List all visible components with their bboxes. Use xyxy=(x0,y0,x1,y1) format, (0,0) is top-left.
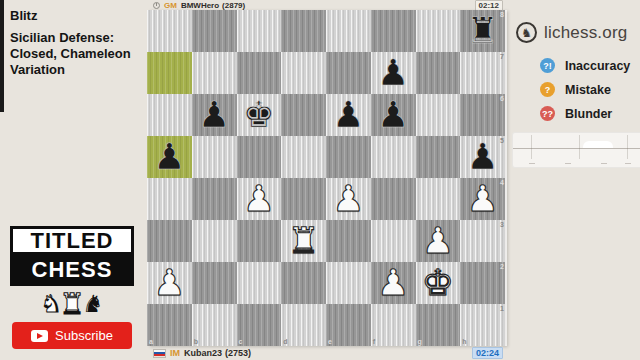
black-knight-icon: ♞ xyxy=(82,290,104,318)
square-b6[interactable]: ♟ xyxy=(192,94,237,136)
legend-row-blunder: ?? Blunder xyxy=(540,105,630,122)
square-a1[interactable]: a xyxy=(147,304,192,346)
square-h6[interactable]: 6 xyxy=(460,94,505,136)
square-c6[interactable]: ♚ xyxy=(237,94,282,136)
bottom-player-title: IM xyxy=(170,348,180,358)
square-d7[interactable] xyxy=(281,52,326,94)
square-c5[interactable] xyxy=(237,136,282,178)
square-g2[interactable]: ♚ xyxy=(416,262,461,304)
square-a7[interactable] xyxy=(147,52,192,94)
channel-logo-line1: TITLED xyxy=(10,226,134,255)
bottom-player-rating: (2753) xyxy=(225,348,251,358)
black-rook-h8[interactable]: ♜ xyxy=(460,10,505,52)
square-c7[interactable] xyxy=(237,52,282,94)
square-e2[interactable] xyxy=(326,262,371,304)
square-e3[interactable] xyxy=(326,220,371,262)
eval-chart-divider xyxy=(531,135,532,159)
square-b5[interactable] xyxy=(192,136,237,178)
black-pawn-h5[interactable]: ♟ xyxy=(460,136,505,178)
square-d2[interactable] xyxy=(281,262,326,304)
top-player-rating: (2879) xyxy=(222,1,245,10)
top-player-bar: GM BMWHero (2879) 02:12 xyxy=(147,0,505,10)
eval-chart-midline xyxy=(513,148,640,149)
square-d5[interactable] xyxy=(281,136,326,178)
youtube-icon xyxy=(31,330,48,342)
white-king-g2[interactable]: ♚ xyxy=(416,262,461,304)
bottom-player-clock: 02:24 xyxy=(472,347,503,359)
square-b4[interactable] xyxy=(192,178,237,220)
channel-logo: TITLED CHESS ♞ ♜ ♞ xyxy=(10,226,134,322)
eval-chart-tick xyxy=(565,163,571,164)
square-e4[interactable]: ♟ xyxy=(326,178,371,220)
white-pawn-f2[interactable]: ♟ xyxy=(371,262,416,304)
white-rook-d3[interactable]: ♜ xyxy=(281,220,326,262)
lichess-brand: ♞ lichess.org xyxy=(516,22,627,43)
blunder-badge-icon: ?? xyxy=(540,106,555,121)
square-a5[interactable]: ♟ xyxy=(147,136,192,178)
legend-row-inaccuracy: ?! Inaccuracy xyxy=(540,57,630,74)
top-player-name: BMWHero xyxy=(181,1,219,10)
square-h7[interactable]: 7 xyxy=(460,52,505,94)
black-pawn-a5[interactable]: ♟ xyxy=(147,136,192,178)
file-coordinate: c xyxy=(239,338,243,345)
lichess-brand-text: lichess.org xyxy=(544,23,627,43)
square-e7[interactable] xyxy=(326,52,371,94)
square-h5[interactable]: 5♟ xyxy=(460,136,505,178)
top-player-title: GM xyxy=(164,1,177,10)
board-area: 8♜♟7♟♚♟♟6♟5♟♟♟4♟♜♟3♟♟♚2abcdefg1h xyxy=(147,10,505,346)
square-e5[interactable] xyxy=(326,136,371,178)
channel-logo-emblem: ♞ ♜ ♞ xyxy=(10,286,134,322)
lichess-logo-icon: ♞ xyxy=(516,22,537,43)
white-pawn-a2[interactable]: ♟ xyxy=(147,262,192,304)
eval-chart-divider xyxy=(579,135,580,159)
white-pawn-g3[interactable]: ♟ xyxy=(416,220,461,262)
rank-coordinate: 3 xyxy=(500,221,504,228)
time-control-label: Blitz xyxy=(10,8,37,23)
evaluation-mini-chart xyxy=(512,132,640,168)
square-b7[interactable] xyxy=(192,52,237,94)
square-g4[interactable] xyxy=(416,178,461,220)
subscribe-button[interactable]: Subscribe xyxy=(12,322,132,349)
square-f2[interactable]: ♟ xyxy=(371,262,416,304)
square-h2[interactable]: 2 xyxy=(460,262,505,304)
square-a6[interactable] xyxy=(147,94,192,136)
rank-coordinate: 7 xyxy=(500,53,504,60)
square-e6[interactable]: ♟ xyxy=(326,94,371,136)
square-d3[interactable]: ♜ xyxy=(281,220,326,262)
file-coordinate: f xyxy=(373,338,375,345)
square-h4[interactable]: 4♟ xyxy=(460,178,505,220)
black-pawn-f7[interactable]: ♟ xyxy=(371,52,416,94)
square-b2[interactable] xyxy=(192,262,237,304)
square-a2[interactable]: ♟ xyxy=(147,262,192,304)
eval-chart-divider xyxy=(627,135,628,159)
top-player-clock: 02:12 xyxy=(475,0,503,11)
square-c1[interactable]: c xyxy=(237,304,282,346)
square-g5[interactable] xyxy=(416,136,461,178)
video-frame: Blitz Sicilian Defense: Closed, Chameleo… xyxy=(0,0,640,360)
square-e8[interactable] xyxy=(326,10,371,52)
square-c4[interactable]: ♟ xyxy=(237,178,282,220)
game-clock-icon xyxy=(153,2,160,9)
black-king-c6[interactable]: ♚ xyxy=(237,94,282,136)
square-f3[interactable] xyxy=(371,220,416,262)
square-h3[interactable]: 3 xyxy=(460,220,505,262)
left-edge-strip xyxy=(0,0,4,112)
square-a8[interactable] xyxy=(147,10,192,52)
square-f8[interactable] xyxy=(371,10,416,52)
white-pawn-e4[interactable]: ♟ xyxy=(326,178,371,220)
square-c2[interactable] xyxy=(237,262,282,304)
square-f6[interactable]: ♟ xyxy=(371,94,416,136)
opening-name: Sicilian Defense: Closed, Chameleon Vari… xyxy=(10,30,145,78)
square-f7[interactable]: ♟ xyxy=(371,52,416,94)
square-b1[interactable]: b xyxy=(192,304,237,346)
eval-chart-advantage-area xyxy=(583,141,613,148)
subscribe-label: Subscribe xyxy=(55,328,113,343)
chess-board: 8♜♟7♟♚♟♟6♟5♟♟♟4♟♜♟3♟♟♚2abcdefg1h xyxy=(147,10,505,346)
square-g1[interactable]: g xyxy=(416,304,461,346)
file-coordinate: b xyxy=(194,338,198,345)
eval-chart-tick xyxy=(625,163,631,164)
file-coordinate: e xyxy=(328,338,332,345)
bottom-player-name: Kuban23 xyxy=(184,348,222,358)
file-coordinate: a xyxy=(149,338,153,345)
square-a3[interactable] xyxy=(147,220,192,262)
square-e1[interactable]: e xyxy=(326,304,371,346)
mistake-badge-icon: ? xyxy=(540,82,555,97)
inaccuracy-badge-icon: ?! xyxy=(540,58,555,73)
square-f4[interactable] xyxy=(371,178,416,220)
square-g3[interactable]: ♟ xyxy=(416,220,461,262)
file-coordinate: h xyxy=(462,338,466,345)
black-pawn-b6[interactable]: ♟ xyxy=(192,94,237,136)
channel-logo-line2: CHESS xyxy=(10,255,134,286)
square-f5[interactable] xyxy=(371,136,416,178)
rank-coordinate: 6 xyxy=(500,95,504,102)
square-g7[interactable] xyxy=(416,52,461,94)
black-pawn-e6[interactable]: ♟ xyxy=(326,94,371,136)
square-c3[interactable] xyxy=(237,220,282,262)
rank-coordinate: 1 xyxy=(500,305,504,312)
legend-row-mistake: ? Mistake xyxy=(540,81,630,98)
square-d1[interactable]: d xyxy=(281,304,326,346)
white-pawn-c4[interactable]: ♟ xyxy=(237,178,282,220)
square-h8[interactable]: 8♜ xyxy=(460,10,505,52)
black-pawn-f6[interactable]: ♟ xyxy=(371,94,416,136)
rank-coordinate: 2 xyxy=(500,263,504,270)
square-g8[interactable] xyxy=(416,10,461,52)
judgment-legend: ?! Inaccuracy ? Mistake ?? Blunder xyxy=(540,57,630,129)
square-f1[interactable]: f xyxy=(371,304,416,346)
square-d4[interactable] xyxy=(281,178,326,220)
file-coordinate: d xyxy=(283,338,287,345)
mistake-label: Mistake xyxy=(565,83,611,97)
bottom-player-bar: IM Kuban23 (2753) 02:24 xyxy=(147,346,505,360)
square-b8[interactable] xyxy=(192,10,237,52)
square-d8[interactable] xyxy=(281,10,326,52)
white-pawn-h4[interactable]: ♟ xyxy=(460,178,505,220)
file-coordinate: g xyxy=(418,338,422,345)
square-a4[interactable] xyxy=(147,178,192,220)
square-b3[interactable] xyxy=(192,220,237,262)
eval-chart-tick xyxy=(529,163,535,164)
square-d6[interactable] xyxy=(281,94,326,136)
blunder-label: Blunder xyxy=(565,107,612,121)
square-c8[interactable] xyxy=(237,10,282,52)
square-h1[interactable]: 1h xyxy=(460,304,505,346)
russia-flag-icon xyxy=(153,349,166,358)
inaccuracy-label: Inaccuracy xyxy=(565,59,630,73)
eval-chart-tick xyxy=(601,163,607,164)
square-g6[interactable] xyxy=(416,94,461,136)
